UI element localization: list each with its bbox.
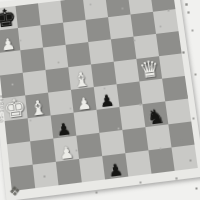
square-f3 xyxy=(119,104,145,130)
square-a2 xyxy=(7,141,33,167)
maker-stamp-icon: ❖ xyxy=(8,184,21,199)
square-h4 xyxy=(162,76,188,101)
square-b2 xyxy=(30,139,56,165)
square-g3: ♞ xyxy=(142,101,168,127)
board-catalog-number: 05-10848 xyxy=(0,91,5,125)
square-f6 xyxy=(111,37,137,62)
square-d5: ♝ xyxy=(68,64,93,89)
square-c5 xyxy=(46,67,71,92)
square-d8 xyxy=(60,0,85,23)
square-d4: ♟ xyxy=(71,87,97,113)
square-f5 xyxy=(114,59,140,84)
square-c1 xyxy=(56,159,82,185)
square-g6 xyxy=(133,34,159,59)
square-d6 xyxy=(66,42,91,67)
square-c7 xyxy=(40,23,65,48)
square-b1 xyxy=(33,162,59,188)
square-e2 xyxy=(99,130,125,156)
square-b6 xyxy=(20,48,45,73)
square-a6 xyxy=(0,50,23,75)
square-e3 xyxy=(97,107,123,133)
square-d1 xyxy=(79,156,105,182)
square-c3: ♟ xyxy=(51,113,77,139)
square-g5: ♛ xyxy=(136,56,162,81)
square-b4: ♝ xyxy=(25,93,50,119)
square-d2 xyxy=(76,133,102,159)
square-b8 xyxy=(16,3,41,28)
square-h1 xyxy=(171,145,197,171)
square-h6 xyxy=(156,31,182,56)
chessboard-photo: ♚♟♝♛♚♝♟♟♟♞♟♟ 05-10848 ❖ xyxy=(0,0,200,200)
square-f1 xyxy=(125,150,151,176)
square-h3 xyxy=(165,99,191,125)
square-f4 xyxy=(117,81,143,107)
square-c4 xyxy=(48,90,74,116)
square-e7 xyxy=(86,17,111,42)
square-e1: ♟ xyxy=(102,153,128,179)
square-h2 xyxy=(168,121,194,147)
square-a3 xyxy=(5,118,31,144)
square-d7 xyxy=(63,20,88,45)
board-frame: ♚♟♝♛♚♝♟♟♟♞♟♟ 05-10848 ❖ xyxy=(0,0,200,200)
square-e5 xyxy=(91,62,117,87)
square-h5 xyxy=(159,53,185,78)
square-h7 xyxy=(153,9,179,34)
square-e6 xyxy=(88,39,113,64)
square-g2 xyxy=(145,124,171,150)
board-grid: ♚♟♝♛♚♝♟♟♟♞♟♟ xyxy=(0,0,198,191)
piece-black-pawn-e1: ♟ xyxy=(108,162,125,180)
square-b7 xyxy=(18,25,43,50)
square-g1 xyxy=(148,147,174,173)
square-d3 xyxy=(74,110,100,136)
square-c6 xyxy=(43,45,68,70)
square-g7 xyxy=(131,12,156,37)
square-f7 xyxy=(108,14,133,39)
square-g4 xyxy=(139,79,165,105)
square-f2 xyxy=(122,127,148,153)
square-c8 xyxy=(38,1,63,26)
square-a4: ♚ xyxy=(2,95,27,121)
square-e4: ♟ xyxy=(94,84,120,110)
square-b3 xyxy=(28,115,54,141)
square-c2: ♟ xyxy=(53,136,79,162)
square-a7: ♟ xyxy=(0,28,20,53)
square-b5 xyxy=(23,70,48,95)
board-tilt-wrapper: ♚♟♝♛♚♝♟♟♟♞♟♟ 05-10848 ❖ xyxy=(0,0,200,200)
